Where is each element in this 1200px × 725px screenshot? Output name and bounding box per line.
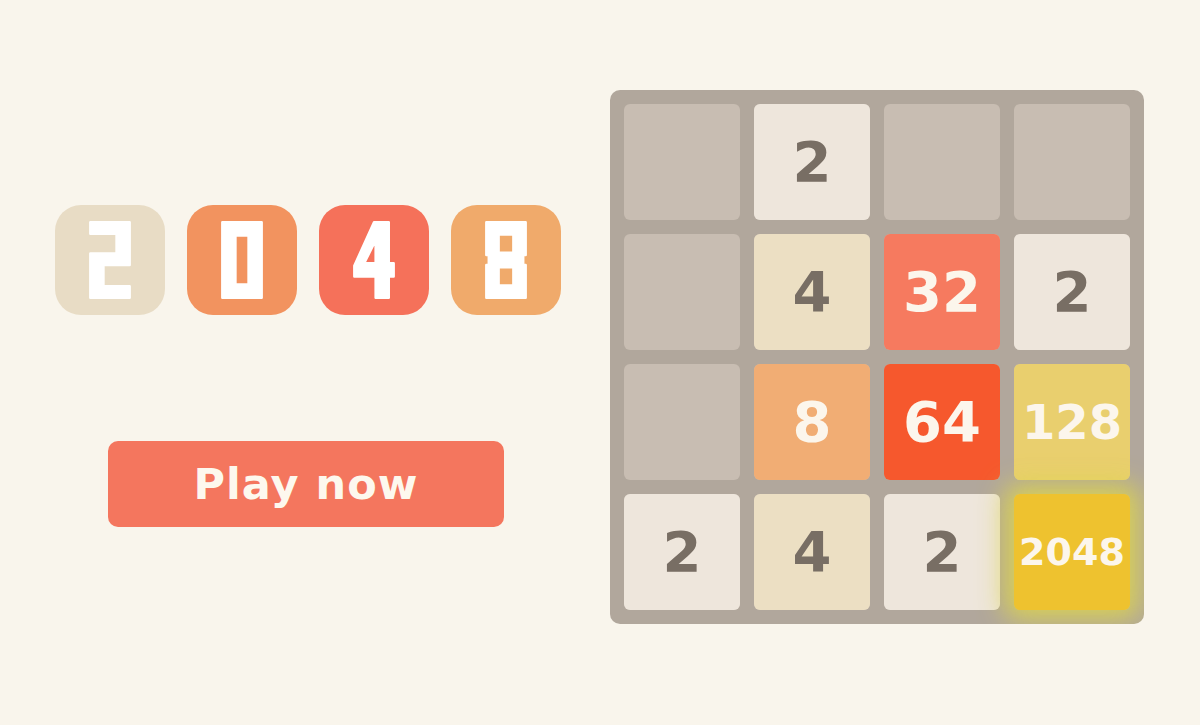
cell-r3c3: 64 [884, 364, 1000, 480]
tile-4: 4 [754, 234, 870, 350]
cell-r4c1: 2 [624, 494, 740, 610]
logo-tile-4 [319, 205, 429, 315]
empty-cell-r1c1 [624, 104, 740, 220]
cell-r2c4: 2 [1014, 234, 1130, 350]
empty-cell-r2c1 [624, 234, 740, 350]
logo-tile-0 [187, 205, 297, 315]
cell-r2c3: 32 [884, 234, 1000, 350]
cell-r1c2: 2 [754, 104, 870, 220]
digit-2-glyph-icon [87, 219, 133, 301]
logo-tile-2 [55, 205, 165, 315]
empty-cell-r3c1 [624, 364, 740, 480]
tile-64: 64 [884, 364, 1000, 480]
cell-r4c4: 2048 [1014, 494, 1130, 610]
cell-r3c4: 128 [1014, 364, 1130, 480]
tile-2: 2 [754, 104, 870, 220]
tile-8: 8 [754, 364, 870, 480]
cell-r2c2: 4 [754, 234, 870, 350]
tile-2: 2 [624, 494, 740, 610]
cell-r4c2: 4 [754, 494, 870, 610]
digit-4-glyph-icon [351, 219, 397, 301]
tile-128: 128 [1014, 364, 1130, 480]
cell-r4c3: 2 [884, 494, 1000, 610]
play-now-button[interactable]: Play now [108, 441, 504, 527]
digit-0-glyph-icon [219, 219, 265, 301]
cell-r3c2: 8 [754, 364, 870, 480]
game-board[interactable]: 243228641282422048 [610, 90, 1144, 624]
landing-page: Play now 243228641282422048 [0, 0, 1200, 725]
logo-tile-8 [451, 205, 561, 315]
tile-32: 32 [884, 234, 1000, 350]
empty-cell-r1c4 [1014, 104, 1130, 220]
logo-2048 [55, 205, 561, 315]
tile-2: 2 [1014, 234, 1130, 350]
digit-8-glyph-icon [483, 219, 529, 301]
empty-cell-r1c3 [884, 104, 1000, 220]
tile-2048: 2048 [1014, 494, 1130, 610]
tile-4: 4 [754, 494, 870, 610]
tile-2: 2 [884, 494, 1000, 610]
